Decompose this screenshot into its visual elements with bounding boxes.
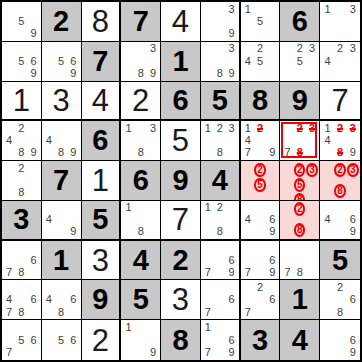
candidate-grid: 235 (280, 42, 319, 81)
cell-r6c8[interactable]: 28 (280, 201, 320, 241)
given-digit: 1 (280, 280, 319, 319)
candidate-6: 6 (28, 55, 40, 67)
candidate-6: 6 (266, 214, 278, 226)
highlighted-candidate-8: 8 (334, 184, 346, 198)
candidate-9: 9 (67, 67, 79, 79)
given-digit: 6 (82, 121, 120, 160)
candidate-2: 2 (214, 202, 226, 214)
candidate-grid: 469 (241, 201, 280, 239)
candidate-9: 9 (266, 226, 278, 238)
candidate-1: 1 (122, 122, 134, 134)
candidate-grid: 234 (320, 42, 360, 81)
candidate-1: 1 (122, 321, 134, 334)
candidate-3: 3 (346, 3, 359, 15)
candidate-5: 5 (254, 55, 266, 67)
candidate-8: 8 (214, 147, 226, 159)
cell-r5c4[interactable]: 6 (121, 161, 161, 201)
candidate-grid: 489 (42, 121, 81, 160)
candidate-grid: 128 (201, 201, 239, 239)
cell-r2c1[interactable]: 569 (2, 42, 42, 82)
candidate-grid: 389 (121, 42, 160, 81)
candidate-4: 4 (242, 214, 254, 226)
candidate-2: 2 (254, 281, 266, 293)
cell-r3c2[interactable]: 3 (42, 82, 82, 122)
highlighted-candidate-5: 5 (294, 178, 305, 192)
cell-r4c9[interactable]: 149238 (320, 121, 360, 161)
cell-r1c2[interactable]: 2 (42, 2, 82, 42)
candidate-3: 3 (226, 43, 238, 55)
cell-r2c7[interactable]: 245 (241, 42, 281, 82)
candidate-grid: 679 (201, 241, 239, 280)
candidate-9: 9 (266, 147, 278, 159)
candidate-grid: 569 (2, 42, 41, 81)
candidate-grid: 56 (42, 320, 81, 360)
highlighted-candidate-2: 2 (294, 202, 305, 216)
cell-r2c4[interactable]: 389 (121, 42, 161, 82)
candidate-grid: 13 (320, 2, 360, 41)
given-digit: 3 (241, 320, 280, 360)
cell-r8c6[interactable]: 67 (201, 280, 241, 320)
candidate-grid: 69 (320, 320, 360, 360)
candidate-9: 9 (67, 226, 79, 238)
given-digit: 7 (42, 161, 81, 200)
candidate-grid: 7238 (280, 121, 319, 160)
cell-r2c2[interactable]: 569 (42, 42, 82, 82)
cell-r8c1[interactable]: 4678 (2, 280, 42, 320)
candidate-grid: 138 (121, 121, 160, 160)
cell-r2c8[interactable]: 235 (280, 42, 320, 82)
candidate-2: 2 (15, 162, 27, 174)
candidate-grid: 59 (2, 2, 41, 41)
given-digit: 2 (161, 241, 200, 280)
candidate-8: 8 (55, 147, 67, 159)
candidate-grid: 15 (241, 2, 280, 41)
candidate-6: 6 (266, 254, 278, 266)
candidate-grid: 14792 (241, 121, 280, 160)
cell-r8c8[interactable]: 1 (280, 280, 320, 320)
candidate-8: 8 (135, 67, 147, 79)
given-digit: 7 (121, 2, 160, 41)
candidate-7: 7 (3, 266, 15, 278)
given-digit: 9 (82, 280, 120, 319)
given-digit: 1 (42, 241, 81, 280)
candidate-6: 6 (28, 294, 40, 306)
given-digit: 5 (121, 280, 160, 319)
cell-r6c1[interactable]: 3 (2, 201, 42, 241)
candidate-1: 1 (321, 3, 334, 15)
candidate-6: 6 (346, 214, 359, 226)
solved-digit: 2 (82, 320, 120, 360)
candidate-9: 9 (226, 67, 238, 79)
solved-digit: 3 (42, 82, 81, 120)
candidate-9: 9 (67, 147, 79, 159)
cell-r3c3[interactable]: 4 (82, 82, 122, 122)
cell-r6c5[interactable]: 7 (161, 201, 201, 241)
cell-r4c3[interactable]: 6 (82, 121, 122, 161)
cell-r2c3[interactable]: 7 (82, 42, 122, 82)
cell-r3c5[interactable]: 6 (161, 82, 201, 122)
candidate-3: 3 (226, 122, 238, 134)
candidate-9: 9 (226, 346, 238, 359)
highlighted-candidate-3: 3 (306, 163, 317, 177)
solved-digit: 2 (121, 82, 160, 120)
cell-r3c9[interactable]: 7 (320, 82, 360, 122)
candidate-8: 8 (214, 226, 226, 238)
eliminated-candidate-2: 2 (294, 122, 306, 134)
cell-r2c6[interactable]: 389 (201, 42, 241, 82)
cell-r9c8[interactable]: 4 (280, 320, 320, 360)
solved-digit: 7 (161, 201, 200, 239)
cell-r6c7[interactable]: 469 (241, 201, 281, 241)
cell-r9c6[interactable]: 1679 (201, 320, 241, 360)
candidate-7: 7 (202, 266, 214, 278)
candidate-5: 5 (15, 55, 27, 67)
candidate-1: 1 (242, 3, 254, 15)
cell-r4c4[interactable]: 138 (121, 121, 161, 161)
candidate-9: 9 (346, 147, 359, 159)
candidate-8: 8 (55, 306, 67, 318)
cell-r1c3[interactable]: 8 (82, 2, 122, 42)
cell-r6c9[interactable]: 469 (320, 201, 360, 241)
given-digit: 5 (82, 201, 120, 239)
given-digit: 5 (320, 241, 360, 280)
candidate-3: 3 (226, 3, 238, 15)
candidate-grid: 268 (320, 280, 360, 319)
candidate-1: 1 (122, 202, 134, 214)
cell-r7c5[interactable]: 2 (161, 241, 201, 281)
candidate-grid: 25 (241, 161, 280, 200)
highlighted-candidate-3: 3 (347, 163, 359, 177)
candidate-1: 1 (242, 122, 254, 134)
candidate-4: 4 (3, 135, 15, 147)
eliminated-candidate-8: 8 (294, 147, 306, 159)
candidate-6: 6 (67, 334, 79, 347)
candidate-6: 6 (67, 55, 79, 67)
solved-digit: 5 (161, 121, 200, 160)
cell-r5c2[interactable]: 7 (42, 161, 82, 201)
candidate-7: 7 (281, 266, 293, 278)
candidate-4: 4 (242, 135, 254, 147)
cell-r8c9[interactable]: 268 (320, 280, 360, 320)
cell-r1c4[interactable]: 7 (121, 2, 161, 42)
candidate-2: 2 (214, 122, 226, 134)
given-digit: 8 (161, 320, 200, 360)
eliminated-candidate-2: 2 (254, 122, 266, 134)
cell-r9c3[interactable]: 2 (82, 320, 122, 360)
highlighted-candidate-2: 2 (254, 163, 265, 177)
cell-r5c1[interactable]: 28 (2, 161, 42, 201)
cell-r4c2[interactable]: 489 (42, 121, 82, 161)
candidate-grid: 28 (2, 161, 41, 200)
candidate-6: 6 (28, 254, 40, 266)
candidate-2: 2 (254, 43, 266, 55)
candidate-8: 8 (334, 306, 347, 318)
highlighted-candidate-5: 5 (254, 178, 265, 192)
cell-r4c1[interactable]: 2489 (2, 121, 42, 161)
candidate-6: 6 (346, 294, 359, 306)
candidate-7: 7 (281, 147, 293, 159)
cell-r4c5[interactable]: 5 (161, 121, 201, 161)
given-digit: 6 (280, 2, 319, 41)
candidate-3: 3 (147, 43, 159, 55)
sudoku-board: 5928743915613569569738913892452352341342… (0, 0, 362, 362)
cell-r8c2[interactable]: 468 (42, 280, 82, 320)
candidate-6: 6 (346, 334, 359, 347)
cell-r9c4[interactable]: 19 (121, 320, 161, 360)
candidate-grid: 469 (320, 201, 360, 239)
cell-r9c2[interactable]: 56 (42, 320, 82, 360)
cell-r5c8[interactable]: 2358 (280, 161, 320, 201)
candidate-2: 2 (294, 43, 306, 55)
eliminated-candidate-3: 3 (306, 122, 318, 134)
candidate-grid: 28 (280, 201, 319, 239)
cell-r7c7[interactable]: 679 (241, 241, 281, 281)
given-digit: 5 (201, 82, 239, 120)
candidate-grid: 149238 (320, 121, 360, 160)
candidate-7: 7 (3, 346, 15, 359)
cell-r8c7[interactable]: 267 (241, 280, 281, 320)
cell-r6c4[interactable]: 18 (121, 201, 161, 241)
solved-digit: 8 (82, 2, 120, 41)
candidate-9: 9 (28, 147, 40, 159)
cell-r9c7[interactable]: 3 (241, 320, 281, 360)
candidate-grid: 567 (2, 320, 41, 360)
cell-r7c1[interactable]: 678 (2, 241, 42, 281)
candidate-6: 6 (226, 254, 238, 266)
cell-r2c5[interactable]: 1 (161, 42, 201, 82)
candidate-grid: 19 (121, 320, 160, 360)
candidate-1: 1 (202, 321, 214, 334)
candidate-grid: 238 (320, 161, 360, 200)
cell-r5c5[interactable]: 9 (161, 161, 201, 201)
candidate-8: 8 (135, 226, 147, 238)
cell-r5c6[interactable]: 4 (201, 161, 241, 201)
cell-r9c1[interactable]: 567 (2, 320, 42, 360)
given-digit: 2 (42, 2, 81, 41)
cell-r3c8[interactable]: 9 (280, 82, 320, 122)
candidate-4: 4 (321, 214, 334, 226)
cell-r8c5[interactable]: 3 (161, 280, 201, 320)
cell-r8c3[interactable]: 9 (82, 280, 122, 320)
cell-r6c3[interactable]: 5 (82, 201, 122, 241)
eliminated-candidate-3: 3 (346, 122, 359, 134)
candidate-9: 9 (346, 346, 359, 359)
candidate-7: 7 (202, 306, 214, 318)
cell-r1c9[interactable]: 13 (320, 2, 360, 42)
candidate-8: 8 (294, 266, 306, 278)
candidate-1: 1 (202, 202, 214, 214)
given-digit: 9 (161, 161, 200, 200)
highlighted-candidate-8: 8 (294, 223, 305, 237)
solved-digit: 4 (82, 82, 120, 120)
cell-r9c5[interactable]: 8 (161, 320, 201, 360)
candidate-9: 9 (226, 266, 238, 278)
cell-r6c2[interactable]: 49 (42, 201, 82, 241)
cell-r1c6[interactable]: 39 (201, 2, 241, 42)
candidate-grid: 267 (241, 280, 280, 319)
candidate-2: 2 (334, 43, 347, 55)
candidate-9: 9 (28, 28, 40, 40)
given-digit: 3 (2, 201, 41, 239)
candidate-8: 8 (135, 147, 147, 159)
cell-r8c4[interactable]: 5 (121, 280, 161, 320)
candidate-6: 6 (226, 334, 238, 347)
candidate-grid: 245 (241, 42, 280, 81)
candidate-9: 9 (28, 67, 40, 79)
candidate-6: 6 (266, 294, 278, 306)
candidate-8: 8 (15, 187, 27, 199)
candidate-3: 3 (147, 122, 159, 134)
cell-r2c9[interactable]: 234 (320, 42, 360, 82)
solved-digit: 1 (2, 82, 41, 120)
candidate-8: 8 (214, 67, 226, 79)
given-digit: 6 (121, 161, 160, 200)
candidate-4: 4 (43, 294, 55, 306)
candidate-grid: 39 (201, 2, 239, 41)
candidate-7: 7 (242, 306, 254, 318)
solved-digit: 7 (320, 82, 360, 120)
candidate-5: 5 (55, 55, 67, 67)
eliminated-candidate-2: 2 (334, 122, 347, 134)
cell-r7c4[interactable]: 4 (121, 241, 161, 281)
candidate-4: 4 (3, 294, 15, 306)
candidate-1: 1 (321, 122, 334, 134)
candidate-grid: 679 (241, 241, 280, 280)
candidate-grid: 18 (121, 201, 160, 239)
candidate-2: 2 (15, 122, 27, 134)
candidate-grid: 4678 (2, 280, 41, 319)
candidate-5: 5 (294, 55, 306, 67)
candidate-4: 4 (321, 135, 334, 147)
candidate-1: 1 (202, 122, 214, 134)
candidate-grid: 1238 (201, 121, 239, 160)
candidate-grid: 1679 (201, 320, 239, 360)
candidate-6: 6 (226, 294, 238, 306)
candidate-6: 6 (67, 294, 79, 306)
given-digit: 9 (280, 82, 319, 120)
candidate-7: 7 (242, 147, 254, 159)
candidate-3: 3 (306, 43, 318, 55)
highlighted-candidate-2: 2 (334, 163, 346, 177)
solved-digit: 4 (161, 2, 200, 41)
candidate-grid: 2489 (2, 121, 41, 160)
highlighted-candidate-8: 8 (294, 193, 305, 201)
candidate-9: 9 (226, 28, 238, 40)
candidate-5: 5 (254, 15, 266, 27)
candidate-5: 5 (15, 334, 27, 347)
candidate-grid: 468 (42, 280, 81, 319)
candidate-grid: 678 (2, 241, 41, 280)
cell-r7c9[interactable]: 5 (320, 241, 360, 281)
highlighted-candidate-2: 2 (294, 163, 305, 177)
cell-r3c1[interactable]: 1 (2, 82, 42, 122)
solved-digit: 1 (82, 161, 120, 200)
candidate-8: 8 (15, 306, 27, 318)
cell-r4c6[interactable]: 1238 (201, 121, 241, 161)
candidate-9: 9 (147, 346, 159, 359)
given-digit: 4 (201, 161, 239, 200)
cell-r4c7[interactable]: 14792 (241, 121, 281, 161)
given-digit: 4 (121, 241, 160, 280)
given-digit: 6 (161, 82, 200, 120)
candidate-grid: 2358 (280, 161, 319, 200)
cell-r4c8[interactable]: 7238 (280, 121, 320, 161)
cell-r7c3[interactable]: 3 (82, 241, 122, 281)
candidate-5: 5 (55, 334, 67, 347)
given-digit: 4 (280, 320, 319, 360)
candidate-8: 8 (15, 266, 27, 278)
cell-r5c3[interactable]: 1 (82, 161, 122, 201)
solved-digit: 3 (161, 280, 200, 319)
eliminated-candidate-8: 8 (334, 147, 347, 159)
cell-r7c8[interactable]: 78 (280, 241, 320, 281)
candidate-4: 4 (43, 135, 55, 147)
cell-r1c7[interactable]: 15 (241, 2, 281, 42)
candidate-4: 4 (43, 214, 55, 226)
candidate-grid: 78 (280, 241, 319, 280)
cell-r5c9[interactable]: 238 (320, 161, 360, 201)
cell-r7c6[interactable]: 679 (201, 241, 241, 281)
cell-r3c6[interactable]: 5 (201, 82, 241, 122)
given-digit: 1 (161, 42, 200, 81)
candidate-5: 5 (15, 15, 27, 27)
cell-r3c7[interactable]: 8 (241, 82, 281, 122)
cell-r1c1[interactable]: 59 (2, 2, 42, 42)
candidate-grid: 389 (201, 42, 239, 81)
solved-digit: 3 (82, 241, 120, 280)
cell-r7c2[interactable]: 1 (42, 241, 82, 281)
cell-r9c9[interactable]: 69 (320, 320, 360, 360)
candidate-9: 9 (266, 266, 278, 278)
candidate-6: 6 (28, 334, 40, 347)
candidate-7: 7 (202, 346, 214, 359)
candidate-2: 2 (334, 281, 347, 293)
candidate-7: 7 (242, 266, 254, 278)
candidate-grid: 569 (42, 42, 81, 81)
cell-r5c7[interactable]: 25 (241, 161, 281, 201)
candidate-9: 9 (346, 226, 359, 238)
candidate-4: 4 (242, 55, 254, 67)
candidate-3: 3 (346, 43, 359, 55)
cell-r3c4[interactable]: 2 (121, 82, 161, 122)
candidate-grid: 67 (201, 280, 239, 319)
given-digit: 7 (82, 42, 120, 81)
candidate-grid: 49 (42, 201, 81, 239)
cell-r6c6[interactable]: 128 (201, 201, 241, 241)
cell-r1c5[interactable]: 4 (161, 2, 201, 42)
candidate-4: 4 (321, 55, 334, 67)
candidate-7: 7 (3, 306, 15, 318)
candidate-9: 9 (147, 67, 159, 79)
candidate-8: 8 (15, 147, 27, 159)
given-digit: 8 (241, 82, 280, 120)
cell-r1c8[interactable]: 6 (280, 2, 320, 42)
